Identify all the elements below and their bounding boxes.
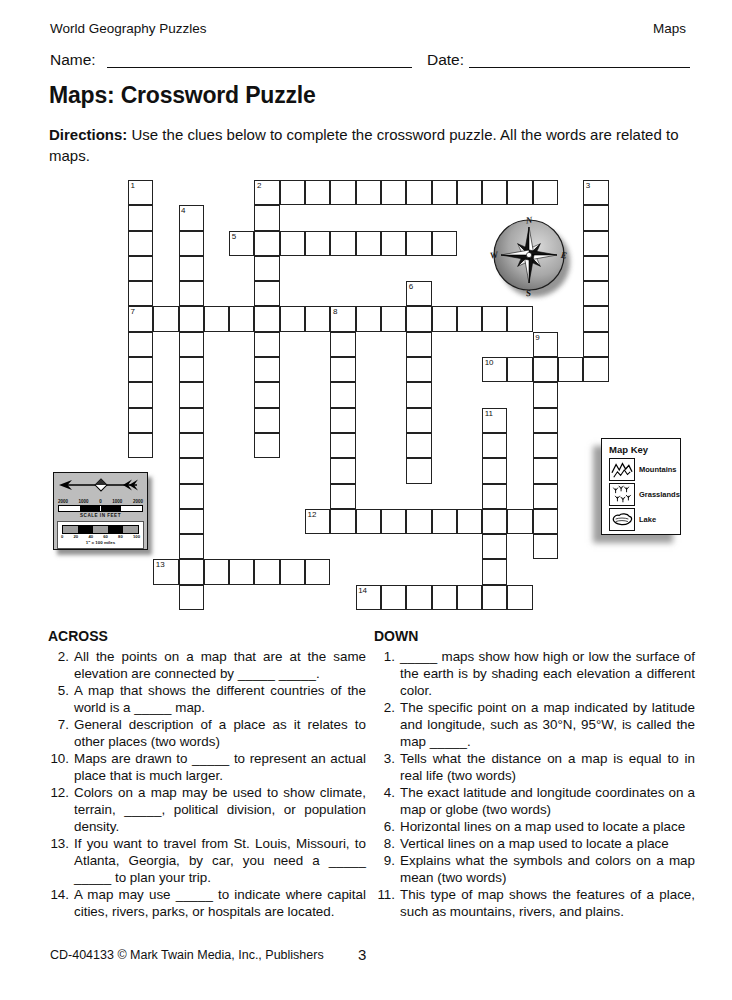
- clue-item-text: A map that shows the different countries…: [74, 682, 366, 716]
- crossword-cell[interactable]: [482, 559, 507, 584]
- crossword-cell[interactable]: [507, 306, 532, 331]
- crossword-cell[interactable]: [330, 458, 355, 483]
- crossword-cell[interactable]: [482, 585, 507, 610]
- crossword-cell[interactable]: [583, 231, 608, 256]
- clue-number: 1: [131, 181, 135, 190]
- crossword-cell[interactable]: [280, 559, 305, 584]
- crossword-cell[interactable]: [482, 534, 507, 559]
- clue-item-number: 8.: [374, 835, 400, 852]
- crossword-cell[interactable]: [280, 306, 305, 331]
- across-clue-list: 2.All the points on a map that are at th…: [48, 648, 366, 920]
- compass-needle-icon: [57, 475, 145, 495]
- crossword-cell[interactable]: [179, 559, 204, 584]
- clue-item-number: 7.: [48, 716, 74, 750]
- clue-item-number: 1.: [374, 648, 400, 699]
- crossword-cell[interactable]: [179, 458, 204, 483]
- clue-number: 8: [333, 307, 337, 316]
- crossword-cell[interactable]: [128, 408, 153, 433]
- clue-item: 10.Maps are drawn to _____ to represent …: [48, 750, 366, 784]
- crossword-cell[interactable]: [583, 205, 608, 230]
- miles-scale-caption: 1" = 100 miles: [62, 540, 139, 546]
- clue-item-text: Vertical lines on a map used to locate a…: [400, 835, 695, 852]
- clue-item-text: Horizontal lines on a map used to locate…: [400, 818, 695, 835]
- crossword-cell[interactable]: [254, 433, 279, 458]
- clue-item-number: 14.: [48, 886, 74, 920]
- crossword-cell[interactable]: [128, 433, 153, 458]
- crossword-cell[interactable]: [583, 256, 608, 281]
- down-clue-list: 1._____ maps show how high or low the su…: [374, 648, 695, 920]
- crossword-cell[interactable]: [482, 306, 507, 331]
- clue-item-text: If you want to travel from St. Louis, Mi…: [74, 835, 366, 886]
- clue-item: 4.The exact latitude and longitude coord…: [374, 784, 695, 818]
- crossword-cell[interactable]: [179, 256, 204, 281]
- crossword-cell[interactable]: [179, 281, 204, 306]
- crossword-cell[interactable]: [280, 231, 305, 256]
- crossword-cell[interactable]: [254, 205, 279, 230]
- map-scale-figure: 2000 1000 0 1000 2000 SCALE IN FEET 0: [53, 472, 148, 550]
- clue-item-number: 12.: [48, 784, 74, 835]
- crossword-cell[interactable]: [507, 357, 532, 382]
- crossword-cell[interactable]: [533, 408, 558, 433]
- crossword-cell[interactable]: 7: [128, 306, 153, 331]
- clue-number: 3: [586, 181, 590, 190]
- clue-number: 5: [232, 232, 236, 241]
- clue-item: 2.All the points on a map that are at th…: [48, 648, 366, 682]
- clue-number: 11: [485, 409, 493, 418]
- crossword-cell[interactable]: 4: [179, 205, 204, 230]
- crossword-cell[interactable]: [179, 382, 204, 407]
- feet-scale-ticks: 2000 1000 0 1000 2000: [58, 499, 143, 504]
- crossword-cell[interactable]: [457, 585, 482, 610]
- crossword-cell[interactable]: [406, 585, 431, 610]
- clue-item-text: A map may use _____ to indicate where ca…: [74, 886, 366, 920]
- crossword-cell[interactable]: [381, 509, 406, 534]
- clue-item: 12.Colors on a map may be used to show c…: [48, 784, 366, 835]
- crossword-cell[interactable]: [128, 281, 153, 306]
- crossword-cell[interactable]: [254, 559, 279, 584]
- map-key-label: Lake: [639, 515, 656, 524]
- crossword-cell[interactable]: [406, 332, 431, 357]
- clue-item-text: The exact latitude and longitude coordin…: [400, 784, 695, 818]
- clue-number: 13: [156, 560, 165, 569]
- crossword-cell[interactable]: [533, 509, 558, 534]
- crossword-cell[interactable]: [128, 357, 153, 382]
- crossword-cell[interactable]: [128, 382, 153, 407]
- clue-item-number: 5.: [48, 682, 74, 716]
- crossword-cell[interactable]: [330, 180, 355, 205]
- map-key-label: Mountains: [639, 465, 677, 474]
- crossword-cell[interactable]: [533, 534, 558, 559]
- crossword-cell[interactable]: [406, 231, 431, 256]
- crossword-cell[interactable]: [583, 306, 608, 331]
- map-key-item: Lake: [609, 508, 680, 531]
- clue-item: 6.Horizontal lines on a map used to loca…: [374, 818, 695, 835]
- crossword-cell[interactable]: [330, 357, 355, 382]
- unit-title: Maps: [653, 21, 686, 36]
- clue-item-number: 3.: [374, 750, 400, 784]
- lake-icon: [609, 508, 635, 531]
- crossword-cell[interactable]: [533, 357, 558, 382]
- clue-item-number: 4.: [374, 784, 400, 818]
- copyright-text: CD-404133 © Mark Twain Media, Inc., Publ…: [50, 948, 324, 962]
- name-label: Name:: [50, 51, 96, 69]
- map-key-item: Mountains: [609, 458, 680, 481]
- clue-item: 14.A map may use _____ to indicate where…: [48, 886, 366, 920]
- crossword-cell[interactable]: [330, 509, 355, 534]
- crossword-cell[interactable]: [482, 433, 507, 458]
- crossword-cell[interactable]: [533, 484, 558, 509]
- tick: 20: [74, 534, 79, 540]
- crossword-cell[interactable]: [229, 559, 254, 584]
- clue-number: 14: [358, 586, 367, 595]
- crossword-cell[interactable]: [533, 180, 558, 205]
- crossword-cell[interactable]: [482, 458, 507, 483]
- crossword-cell[interactable]: 5: [229, 231, 254, 256]
- map-key-label: Grasslands: [639, 490, 680, 499]
- crossword-cell[interactable]: [330, 231, 355, 256]
- crossword-cell[interactable]: [179, 509, 204, 534]
- crossword-cell[interactable]: 10: [482, 357, 507, 382]
- crossword-cell[interactable]: [583, 281, 608, 306]
- tick: 1000: [79, 499, 89, 504]
- crossword-cell[interactable]: [406, 509, 431, 534]
- tick: 0: [99, 499, 102, 504]
- crossword-cell[interactable]: [457, 509, 482, 534]
- crossword-cell[interactable]: [254, 256, 279, 281]
- clue-item: 13.If you want to travel from St. Louis,…: [48, 835, 366, 886]
- crossword-cell[interactable]: [305, 231, 330, 256]
- crossword-cell[interactable]: [558, 357, 583, 382]
- crossword-cell[interactable]: [305, 180, 330, 205]
- compass-rose: N E S W: [479, 205, 579, 305]
- clue-item: 7.General description of a place as it r…: [48, 716, 366, 750]
- crossword-cell[interactable]: [533, 458, 558, 483]
- crossword-cell[interactable]: [330, 382, 355, 407]
- clue-item-number: 10.: [48, 750, 74, 784]
- crossword-cell[interactable]: 13: [153, 559, 178, 584]
- crossword-cell[interactable]: [406, 408, 431, 433]
- crossword-cell[interactable]: [128, 205, 153, 230]
- feet-scale-bar: [58, 505, 143, 512]
- crossword-cell[interactable]: [330, 408, 355, 433]
- crossword-cell[interactable]: [482, 180, 507, 205]
- crossword-cell[interactable]: [179, 408, 204, 433]
- crossword-cell[interactable]: [533, 433, 558, 458]
- clue-item-number: 2.: [48, 648, 74, 682]
- clue-item-text: _____ maps show how high or low the surf…: [400, 648, 695, 699]
- clue-number: 7: [131, 307, 135, 316]
- directions-text: Use the clues below to complete the cros…: [49, 126, 678, 164]
- worksheet-page: World Geography Puzzles Maps Name: Date:…: [0, 0, 732, 1000]
- page-number: 3: [358, 946, 366, 963]
- crossword-cell[interactable]: [406, 357, 431, 382]
- clue-item: 9.Explains what the symbols and colors o…: [374, 852, 695, 886]
- clue-item-text: The specific point on a map indicated by…: [400, 699, 695, 750]
- clue-number: 12: [308, 510, 317, 519]
- crossword-cell[interactable]: 3: [583, 180, 608, 205]
- crossword-cell[interactable]: [356, 180, 381, 205]
- directions-label: Directions:: [49, 126, 127, 143]
- clue-item-text: General description of a place as it rel…: [74, 716, 366, 750]
- clue-item-number: 2.: [374, 699, 400, 750]
- crossword-cell[interactable]: [356, 231, 381, 256]
- crossword-cell[interactable]: [280, 180, 305, 205]
- crossword-cell[interactable]: [128, 256, 153, 281]
- crossword-cell[interactable]: [330, 484, 355, 509]
- crossword-cell[interactable]: [179, 585, 204, 610]
- crossword-cell[interactable]: [406, 433, 431, 458]
- clue-item-text: This type of map shows the features of a…: [400, 886, 695, 920]
- clue-number: 4: [181, 206, 185, 215]
- crossword-cell[interactable]: [305, 306, 330, 331]
- crossword-cell[interactable]: [432, 585, 457, 610]
- compass-s-label: S: [525, 288, 531, 298]
- crossword-cell[interactable]: [204, 306, 229, 331]
- tick: 1000: [112, 499, 122, 504]
- crossword-cell[interactable]: 1: [128, 180, 153, 205]
- crossword-cell[interactable]: [179, 357, 204, 382]
- name-blank-line[interactable]: [107, 67, 412, 68]
- crossword-cell[interactable]: [406, 180, 431, 205]
- date-label: Date:: [427, 51, 464, 69]
- crossword-cell[interactable]: [179, 484, 204, 509]
- down-clues-section: DOWN 1._____ maps show how high or low t…: [374, 628, 695, 920]
- clue-item-text: Tells what the distance on a map is equa…: [400, 750, 695, 784]
- clue-item-number: 6.: [374, 818, 400, 835]
- date-blank-line[interactable]: [469, 67, 690, 68]
- map-key-title: Map Key: [609, 444, 680, 455]
- map-key-item: Grasslands: [609, 483, 680, 506]
- crossword-cell[interactable]: [457, 306, 482, 331]
- crossword-cell[interactable]: [507, 585, 532, 610]
- clue-number: 10: [485, 358, 494, 367]
- crossword-cell[interactable]: [254, 306, 279, 331]
- crossword-cell[interactable]: [153, 306, 178, 331]
- crossword-cell[interactable]: [330, 332, 355, 357]
- crossword-cell[interactable]: 6: [406, 281, 431, 306]
- crossword-cell[interactable]: [406, 306, 431, 331]
- crossword-cell[interactable]: [533, 382, 558, 407]
- clue-item: 1._____ maps show how high or low the su…: [374, 648, 695, 699]
- crossword-cell[interactable]: [381, 306, 406, 331]
- crossword-cell[interactable]: 8: [330, 306, 355, 331]
- crossword-cell[interactable]: [254, 357, 279, 382]
- crossword-cell[interactable]: [179, 534, 204, 559]
- crossword-cell[interactable]: [507, 180, 532, 205]
- compass-n-label: N: [524, 215, 533, 226]
- crossword-cell[interactable]: [179, 231, 204, 256]
- crossword-cell[interactable]: [254, 382, 279, 407]
- tick: 0: [61, 534, 63, 540]
- down-heading: DOWN: [374, 628, 695, 644]
- crossword-cell[interactable]: [305, 559, 330, 584]
- map-key-figure: Map Key Mountains Grasslands: [601, 438, 681, 535]
- tick: 80: [118, 534, 123, 540]
- crossword-cell[interactable]: 14: [356, 585, 381, 610]
- clue-item-number: 11.: [374, 886, 400, 920]
- clue-item: 8.Vertical lines on a map used to locate…: [374, 835, 695, 852]
- crossword-cell[interactable]: [381, 585, 406, 610]
- crossword-cell[interactable]: [381, 231, 406, 256]
- crossword-cell[interactable]: [432, 509, 457, 534]
- book-title: World Geography Puzzles: [50, 21, 207, 36]
- crossword-cell[interactable]: [406, 382, 431, 407]
- crossword-cell[interactable]: 9: [533, 332, 558, 357]
- clue-item-number: 9.: [374, 852, 400, 886]
- clue-item-text: Colors on a map may be used to show clim…: [74, 784, 366, 835]
- crossword-cell[interactable]: [330, 433, 355, 458]
- clue-item-text: All the points on a map that are at the …: [74, 648, 366, 682]
- tick: 2000: [58, 499, 68, 504]
- clue-item: 5.A map that shows the different countri…: [48, 682, 366, 716]
- crossword-cell[interactable]: 11: [482, 408, 507, 433]
- crossword-cell[interactable]: 2: [254, 180, 279, 205]
- crossword-cell[interactable]: [432, 180, 457, 205]
- grasslands-icon: [609, 483, 635, 506]
- crossword-cell[interactable]: [128, 332, 153, 357]
- crossword-cell[interactable]: [356, 509, 381, 534]
- crossword-cell[interactable]: [432, 231, 457, 256]
- crossword-cell[interactable]: [381, 180, 406, 205]
- mountains-icon: [609, 458, 635, 481]
- crossword-cell[interactable]: [229, 306, 254, 331]
- clue-item: 11.This type of map shows the features o…: [374, 886, 695, 920]
- clue-number: 9: [535, 333, 539, 342]
- crossword-cell[interactable]: [179, 306, 204, 331]
- clue-number: 2: [257, 181, 261, 190]
- tick: 100: [133, 534, 140, 540]
- crossword-cell[interactable]: [482, 509, 507, 534]
- crossword-cell[interactable]: [406, 458, 431, 483]
- crossword-cell[interactable]: [583, 332, 608, 357]
- clue-item-text: Maps are drawn to _____ to represent an …: [74, 750, 366, 784]
- crossword-cell[interactable]: [179, 332, 204, 357]
- crossword-cell[interactable]: [482, 484, 507, 509]
- directions: Directions: Use the clues below to compl…: [49, 125, 699, 166]
- crossword-cell[interactable]: [254, 281, 279, 306]
- clue-item: 2.The specific point on a map indicated …: [374, 699, 695, 750]
- crossword-cell[interactable]: [128, 231, 153, 256]
- crossword-cell[interactable]: [204, 559, 229, 584]
- clue-item-text: Explains what the symbols and colors on …: [400, 852, 695, 886]
- miles-scale-panel: 0 20 40 60 80 100 1" = 100 miles: [57, 521, 144, 549]
- crossword-cell[interactable]: [254, 408, 279, 433]
- crossword-cell[interactable]: [356, 306, 381, 331]
- tick: 2000: [133, 499, 143, 504]
- crossword-cell[interactable]: [583, 357, 608, 382]
- clue-item-number: 13.: [48, 835, 74, 886]
- crossword-cell[interactable]: [457, 180, 482, 205]
- crossword-cell[interactable]: [507, 509, 532, 534]
- clue-item: 3.Tells what the distance on a map is eq…: [374, 750, 695, 784]
- miles-scale-bar: [62, 525, 139, 534]
- crossword-cell[interactable]: [179, 433, 204, 458]
- page-title: Maps: Crossword Puzzle: [49, 82, 316, 109]
- crossword-cell[interactable]: [254, 231, 279, 256]
- across-heading: ACROSS: [48, 628, 366, 644]
- compass-e-label: E: [559, 250, 567, 261]
- crossword-cell[interactable]: 12: [305, 509, 330, 534]
- feet-scale-caption: SCALE IN FEET: [57, 513, 144, 519]
- crossword-cell[interactable]: [254, 332, 279, 357]
- clue-number: 6: [409, 282, 413, 291]
- across-clues-section: ACROSS 2.All the points on a map that ar…: [48, 628, 366, 920]
- crossword-cell[interactable]: [432, 306, 457, 331]
